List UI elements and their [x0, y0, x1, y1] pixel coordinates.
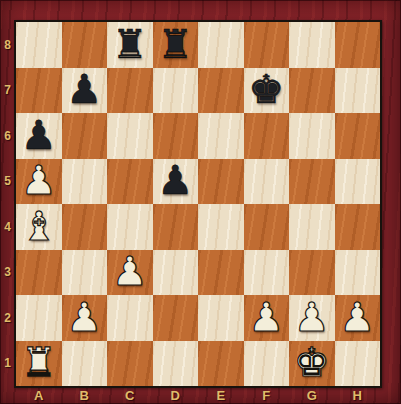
- rank-label-4: 4: [0, 204, 15, 250]
- square-b2[interactable]: ♟: [62, 295, 108, 341]
- square-a7[interactable]: [16, 68, 62, 114]
- square-h7[interactable]: [335, 68, 381, 114]
- square-d5[interactable]: ♟: [153, 159, 199, 205]
- piece-black-pawn-a6[interactable]: ♟: [21, 115, 57, 155]
- square-f3[interactable]: [244, 250, 290, 296]
- square-c7[interactable]: [107, 68, 153, 114]
- piece-black-pawn-d5[interactable]: ♟: [157, 160, 193, 200]
- file-label-a: A: [16, 386, 62, 404]
- square-d3[interactable]: [153, 250, 199, 296]
- square-g3[interactable]: [289, 250, 335, 296]
- square-d6[interactable]: [153, 113, 199, 159]
- rank-labels: 87654321: [0, 22, 15, 386]
- square-g4[interactable]: [289, 204, 335, 250]
- piece-white-rook-a1[interactable]: ♜: [21, 342, 57, 382]
- rank-label-2: 2: [0, 295, 15, 341]
- square-f2[interactable]: ♟: [244, 295, 290, 341]
- square-e6[interactable]: [198, 113, 244, 159]
- square-f1[interactable]: [244, 341, 290, 387]
- square-e3[interactable]: [198, 250, 244, 296]
- square-e7[interactable]: [198, 68, 244, 114]
- square-d8[interactable]: ♜: [153, 22, 199, 68]
- square-a1[interactable]: ♜: [16, 341, 62, 387]
- file-label-f: F: [244, 386, 290, 404]
- file-label-b: B: [62, 386, 108, 404]
- square-b7[interactable]: ♟: [62, 68, 108, 114]
- square-e4[interactable]: [198, 204, 244, 250]
- square-c6[interactable]: [107, 113, 153, 159]
- square-h3[interactable]: [335, 250, 381, 296]
- square-b8[interactable]: [62, 22, 108, 68]
- square-d7[interactable]: [153, 68, 199, 114]
- square-b3[interactable]: [62, 250, 108, 296]
- piece-white-pawn-c3[interactable]: ♟: [112, 251, 148, 291]
- square-f5[interactable]: [244, 159, 290, 205]
- square-c2[interactable]: [107, 295, 153, 341]
- file-labels: ABCDEFGH: [16, 386, 380, 404]
- file-label-d: D: [153, 386, 199, 404]
- board-border: ♜♜♟♚♟♟♟♝♟♟♟♟♟♜♚: [14, 20, 382, 388]
- square-a5[interactable]: ♟: [16, 159, 62, 205]
- piece-white-king-g1[interactable]: ♚: [294, 342, 330, 382]
- square-b6[interactable]: [62, 113, 108, 159]
- square-g6[interactable]: [289, 113, 335, 159]
- square-a4[interactable]: ♝: [16, 204, 62, 250]
- square-c5[interactable]: [107, 159, 153, 205]
- piece-white-pawn-g2[interactable]: ♟: [294, 297, 330, 337]
- square-a8[interactable]: [16, 22, 62, 68]
- piece-black-pawn-b7[interactable]: ♟: [66, 69, 102, 109]
- square-h8[interactable]: [335, 22, 381, 68]
- square-h6[interactable]: [335, 113, 381, 159]
- square-a3[interactable]: [16, 250, 62, 296]
- piece-black-rook-d8[interactable]: ♜: [157, 24, 193, 64]
- square-f4[interactable]: [244, 204, 290, 250]
- piece-white-pawn-b2[interactable]: ♟: [66, 297, 102, 337]
- file-label-h: H: [335, 386, 381, 404]
- rank-label-1: 1: [0, 341, 15, 387]
- square-e5[interactable]: [198, 159, 244, 205]
- piece-black-rook-c8[interactable]: ♜: [112, 24, 148, 64]
- square-h2[interactable]: ♟: [335, 295, 381, 341]
- chess-board-frame: 87654321 ♜♜♟♚♟♟♟♝♟♟♟♟♟♜♚ ABCDEFGH: [0, 0, 401, 404]
- square-g5[interactable]: [289, 159, 335, 205]
- piece-white-pawn-f2[interactable]: ♟: [248, 297, 284, 337]
- piece-white-bishop-a4[interactable]: ♝: [21, 206, 57, 246]
- rank-label-5: 5: [0, 159, 15, 205]
- square-b1[interactable]: [62, 341, 108, 387]
- rank-label-3: 3: [0, 250, 15, 296]
- rank-label-6: 6: [0, 113, 15, 159]
- file-label-g: G: [289, 386, 335, 404]
- piece-black-king-f7[interactable]: ♚: [248, 69, 284, 109]
- square-g8[interactable]: [289, 22, 335, 68]
- square-h1[interactable]: [335, 341, 381, 387]
- square-c8[interactable]: ♜: [107, 22, 153, 68]
- square-d4[interactable]: [153, 204, 199, 250]
- board-grid: ♜♜♟♚♟♟♟♝♟♟♟♟♟♜♚: [16, 22, 380, 386]
- square-f7[interactable]: ♚: [244, 68, 290, 114]
- square-b4[interactable]: [62, 204, 108, 250]
- square-b5[interactable]: [62, 159, 108, 205]
- square-f6[interactable]: [244, 113, 290, 159]
- square-c3[interactable]: ♟: [107, 250, 153, 296]
- file-label-c: C: [107, 386, 153, 404]
- square-e1[interactable]: [198, 341, 244, 387]
- square-g7[interactable]: [289, 68, 335, 114]
- piece-white-pawn-a5[interactable]: ♟: [21, 160, 57, 200]
- rank-label-7: 7: [0, 68, 15, 114]
- square-d2[interactable]: [153, 295, 199, 341]
- rank-label-8: 8: [0, 22, 15, 68]
- square-a6[interactable]: ♟: [16, 113, 62, 159]
- square-g2[interactable]: ♟: [289, 295, 335, 341]
- square-c1[interactable]: [107, 341, 153, 387]
- square-g1[interactable]: ♚: [289, 341, 335, 387]
- file-label-e: E: [198, 386, 244, 404]
- square-h4[interactable]: [335, 204, 381, 250]
- square-e8[interactable]: [198, 22, 244, 68]
- square-d1[interactable]: [153, 341, 199, 387]
- square-e2[interactable]: [198, 295, 244, 341]
- square-c4[interactable]: [107, 204, 153, 250]
- square-a2[interactable]: [16, 295, 62, 341]
- square-h5[interactable]: [335, 159, 381, 205]
- piece-white-pawn-h2[interactable]: ♟: [339, 297, 375, 337]
- square-f8[interactable]: [244, 22, 290, 68]
